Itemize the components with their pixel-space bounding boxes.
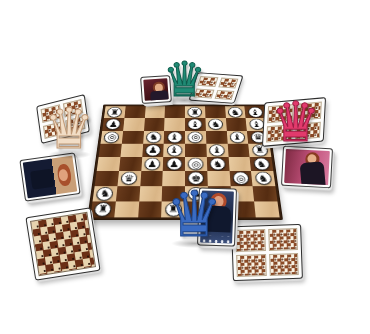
board-square[interactable]: ♜ <box>185 106 205 118</box>
board-square[interactable] <box>228 157 251 171</box>
board-square[interactable] <box>185 144 207 157</box>
board-square[interactable] <box>122 131 144 144</box>
board-square[interactable] <box>140 171 163 186</box>
token-bishop[interactable]: ♝ <box>209 144 225 156</box>
player-piece-cream-queen[interactable]: ♛ <box>44 101 94 157</box>
token-pawn[interactable]: ♟ <box>144 158 160 170</box>
board-square[interactable]: ♝ <box>163 144 185 157</box>
token-knight[interactable]: ♞ <box>96 187 114 201</box>
board-square[interactable] <box>254 201 279 217</box>
board-square[interactable]: ♛ <box>117 171 141 186</box>
board-square[interactable] <box>120 144 143 157</box>
board-square[interactable]: ♝ <box>164 131 185 144</box>
full-board-diagram-card[interactable] <box>25 207 100 281</box>
pattern-card-diagrams <box>235 228 299 277</box>
mini-board-diagram <box>218 78 238 88</box>
board-square[interactable]: ♞ <box>93 186 118 201</box>
token-pawn[interactable]: ♟ <box>145 144 161 156</box>
token-ring[interactable]: ◎ <box>188 131 203 142</box>
board-square[interactable]: ♜ <box>90 201 115 217</box>
board-square[interactable] <box>116 186 140 201</box>
token-knight[interactable]: ♞ <box>146 131 162 142</box>
board-square[interactable] <box>227 144 250 157</box>
table-scene: ♜♜♞♝♟♝♞♝◎♞♝◎♝♛♟♝♝♜♟♟◎♞♞♛♚◎♞♞♟♜♜♚ <box>0 0 370 334</box>
board-square[interactable]: ♝ <box>185 118 206 130</box>
token-bishop[interactable]: ♝ <box>167 131 182 142</box>
mini-board-diagram <box>269 253 299 276</box>
board-square[interactable] <box>99 144 122 157</box>
board-square[interactable] <box>123 118 145 130</box>
board-square[interactable]: ♝ <box>226 131 248 144</box>
token-ring[interactable]: ◎ <box>104 131 120 142</box>
token-ring[interactable]: ◎ <box>232 172 249 185</box>
board-square[interactable]: ◎ <box>185 157 207 171</box>
player-piece-teal-queen[interactable]: ♛ <box>163 55 206 103</box>
figure-body <box>30 169 54 190</box>
token-bishop[interactable]: ♝ <box>229 131 245 142</box>
token-knight[interactable]: ♞ <box>228 107 243 117</box>
character-art <box>23 156 78 199</box>
mini-board-diagram <box>214 89 234 99</box>
board-square[interactable]: ♜ <box>104 106 125 118</box>
board-square[interactable] <box>144 118 165 130</box>
board-square[interactable] <box>165 106 185 118</box>
board-square[interactable]: ♞ <box>225 106 246 118</box>
pattern-card-bottom-right[interactable] <box>231 224 303 281</box>
board-square[interactable]: ◎ <box>100 131 122 144</box>
token-bishop[interactable]: ♝ <box>167 144 182 156</box>
board-square[interactable]: ♟ <box>141 157 164 171</box>
board-square[interactable] <box>206 131 228 144</box>
player-piece-blue-queen[interactable]: ♛ <box>166 183 222 246</box>
board-square[interactable] <box>138 201 162 217</box>
board-square[interactable]: ♞ <box>207 157 230 171</box>
token-rook[interactable]: ♜ <box>107 107 123 117</box>
board-square[interactable]: ◎ <box>229 171 253 186</box>
token-pawn[interactable]: ♟ <box>105 119 121 130</box>
token-knight[interactable]: ♞ <box>254 172 272 185</box>
token-queen[interactable]: ♛ <box>121 172 138 185</box>
mini-board-diagram <box>268 228 298 251</box>
mini-board-diagram <box>235 229 265 252</box>
board-square[interactable]: ♟ <box>102 118 124 130</box>
board-square[interactable] <box>119 157 142 171</box>
board-square[interactable]: ♞ <box>143 131 165 144</box>
player-piece-pink-queen[interactable]: ♛ <box>271 95 320 150</box>
token-ring[interactable]: ◎ <box>188 158 204 170</box>
token-knight[interactable]: ♞ <box>253 158 270 170</box>
board-square[interactable]: ♝ <box>206 144 228 157</box>
board-square[interactable]: ◎ <box>185 131 206 144</box>
full-board-diagram <box>30 212 96 276</box>
board-square[interactable] <box>139 186 163 201</box>
board-square[interactable] <box>164 118 185 130</box>
board-square[interactable] <box>95 171 119 186</box>
board-square[interactable]: ♞ <box>205 118 226 130</box>
token-knight[interactable]: ♞ <box>210 158 226 170</box>
board-square[interactable] <box>253 186 278 201</box>
token-bishop[interactable]: ♝ <box>247 107 263 117</box>
character-art <box>284 149 330 185</box>
token-pawn[interactable]: ♟ <box>166 158 182 170</box>
board-square[interactable] <box>226 118 248 130</box>
board-square[interactable]: ♞ <box>251 171 275 186</box>
board-square[interactable] <box>97 157 121 171</box>
mini-board-diagram <box>236 254 266 277</box>
board-square[interactable] <box>114 201 139 217</box>
board-square[interactable] <box>124 106 145 118</box>
figure-body <box>300 161 326 185</box>
board-square[interactable]: ♟ <box>142 144 164 157</box>
token-knight[interactable]: ♞ <box>208 119 223 130</box>
token-rook[interactable]: ♜ <box>188 107 203 117</box>
token-rook[interactable]: ♜ <box>94 202 112 216</box>
board-square[interactable] <box>205 106 226 118</box>
board-square[interactable]: ♟ <box>163 157 185 171</box>
token-bishop[interactable]: ♝ <box>188 119 203 130</box>
board-square[interactable] <box>144 106 165 118</box>
board-square[interactable]: ♞ <box>250 157 274 171</box>
